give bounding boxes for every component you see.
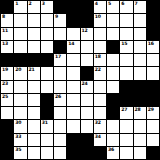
cell-r1c10[interactable]: 6 [120, 1, 132, 13]
black-cell [1, 1, 13, 13]
cell-r6c11[interactable] [134, 67, 146, 79]
cell-r3c10[interactable] [120, 28, 132, 40]
black-cell [54, 41, 66, 53]
cell-r5c10[interactable] [120, 54, 132, 66]
black-cell [67, 1, 79, 13]
cell-r9c2[interactable] [14, 107, 26, 119]
black-cell [81, 147, 93, 159]
cell-r9c7[interactable] [81, 107, 93, 119]
cell-r5c6[interactable] [67, 54, 79, 66]
cell-r10c6[interactable] [67, 120, 79, 132]
cell-r11c11[interactable] [134, 134, 146, 146]
cell-r11c8[interactable]: 34 [94, 134, 106, 146]
black-cell [67, 147, 79, 159]
cell-r11c5[interactable] [54, 134, 66, 146]
cell-r11c9[interactable] [107, 134, 119, 146]
black-cell [1, 147, 13, 159]
cell-r10c8[interactable]: 32 [94, 120, 106, 132]
clue-number: 16 [148, 41, 154, 46]
cell-r4c3[interactable] [28, 41, 40, 53]
cell-r3c6[interactable] [67, 28, 79, 40]
cell-r7c2[interactable] [14, 81, 26, 93]
cell-r2c11[interactable] [134, 14, 146, 26]
cell-r12c4[interactable] [41, 147, 53, 159]
clue-number: 11 [2, 28, 8, 33]
clue-number: 1 [15, 1, 18, 6]
black-cell [134, 94, 146, 106]
cell-r5c7[interactable] [81, 54, 93, 66]
clue-number: 35 [15, 147, 21, 152]
cell-r2c10[interactable] [120, 14, 132, 26]
cell-r3c11[interactable] [134, 28, 146, 40]
black-cell [120, 94, 132, 106]
clue-number: 34 [95, 134, 101, 139]
cell-r9c12[interactable]: 29 [147, 107, 159, 119]
clue-number: 8 [2, 14, 5, 19]
cell-r4c1[interactable]: 13 [1, 41, 13, 53]
cell-r11c2[interactable]: 33 [14, 134, 26, 146]
black-cell [1, 54, 13, 66]
cell-r8c1[interactable]: 25 [1, 94, 13, 106]
black-cell [134, 81, 146, 93]
clue-number: 17 [55, 54, 61, 59]
black-cell [1, 120, 13, 132]
cell-r1c8[interactable]: 4 [94, 1, 106, 13]
cell-r1c9[interactable]: 5 [107, 1, 119, 13]
black-cell [41, 54, 53, 66]
black-cell [54, 1, 66, 13]
cell-r6c1[interactable]: 19 [1, 67, 13, 79]
cell-r2c4[interactable] [41, 14, 53, 26]
black-cell [1, 134, 13, 146]
cell-r3c3[interactable] [28, 28, 40, 40]
black-cell [107, 94, 119, 106]
clue-number: 14 [68, 41, 74, 46]
cell-r1c11[interactable]: 7 [134, 1, 146, 13]
cell-r7c3[interactable] [28, 81, 40, 93]
cell-r4c10[interactable]: 15 [120, 41, 132, 53]
cell-r12c10[interactable] [120, 147, 132, 159]
cell-r1c2[interactable]: 1 [14, 1, 26, 13]
cell-r8c2[interactable] [14, 94, 26, 106]
cell-r3c8[interactable] [94, 28, 106, 40]
cell-r12c3[interactable] [28, 147, 40, 159]
cell-r10c3[interactable] [28, 120, 40, 132]
black-cell [81, 14, 93, 26]
cell-r5c5[interactable]: 17 [54, 54, 66, 66]
cell-r6c4[interactable] [41, 67, 53, 79]
clue-number: 13 [2, 41, 8, 46]
clue-number: 10 [95, 14, 101, 19]
cell-r4c11[interactable] [134, 41, 146, 53]
cell-r7c8[interactable] [94, 81, 106, 93]
cell-r12c5[interactable] [54, 147, 66, 159]
cell-r9c8[interactable] [94, 107, 106, 119]
cell-r7c4[interactable] [41, 81, 53, 93]
cell-r10c2[interactable]: 30 [14, 120, 26, 132]
cell-r1c4[interactable]: 3 [41, 1, 53, 13]
cell-r10c9[interactable] [107, 120, 119, 132]
black-cell [81, 134, 93, 146]
cell-r4c4[interactable] [41, 41, 53, 53]
cell-r10c4[interactable]: 31 [41, 120, 53, 132]
clue-number: 24 [82, 81, 88, 86]
cell-r8c8[interactable] [94, 94, 106, 106]
cell-r5c8[interactable]: 18 [94, 54, 106, 66]
clue-number: 3 [42, 1, 45, 6]
clue-number: 22 [95, 67, 101, 72]
clue-number: 33 [15, 134, 21, 139]
cell-r11c3[interactable] [28, 134, 40, 146]
cell-r3c4[interactable] [41, 28, 53, 40]
black-cell [107, 107, 119, 119]
clue-number: 29 [148, 107, 154, 112]
black-cell [147, 81, 159, 93]
clue-number: 23 [2, 81, 8, 86]
clue-number: 27 [121, 107, 127, 112]
crossword-grid: 1234567891011121314151617181920212223242… [0, 0, 160, 160]
cell-r11c10[interactable] [120, 134, 132, 146]
black-cell [147, 94, 159, 106]
clue-number: 32 [95, 120, 101, 125]
cell-r9c6[interactable] [67, 107, 79, 119]
clue-number: 9 [55, 14, 58, 19]
clue-number: 36 [108, 147, 114, 152]
cell-r11c12[interactable] [147, 134, 159, 146]
black-cell [14, 54, 26, 66]
cell-r1c3[interactable]: 2 [28, 1, 40, 13]
clue-number: 15 [121, 41, 127, 46]
cell-r8c6[interactable] [67, 94, 79, 106]
black-cell [28, 54, 40, 66]
cell-r6c2[interactable]: 20 [14, 67, 26, 79]
cell-r7c6[interactable] [67, 81, 79, 93]
clue-number: 5 [108, 1, 111, 6]
cell-r6c3[interactable]: 21 [28, 67, 40, 79]
cell-r2c9[interactable] [107, 14, 119, 26]
cell-r12c9[interactable]: 36 [107, 147, 119, 159]
black-cell [81, 1, 93, 13]
black-cell [94, 147, 106, 159]
cell-r3c2[interactable] [14, 28, 26, 40]
clue-number: 19 [2, 67, 8, 72]
cell-r8c3[interactable] [28, 94, 40, 106]
cell-r3c9[interactable] [107, 28, 119, 40]
cell-r7c5[interactable] [54, 81, 66, 93]
cell-r2c1[interactable]: 8 [1, 14, 13, 26]
cell-r6c8[interactable]: 22 [94, 67, 106, 79]
clue-number: 12 [82, 28, 88, 33]
clue-number: 26 [55, 94, 61, 99]
clue-number: 28 [135, 107, 141, 112]
black-cell [120, 81, 132, 93]
cell-r3c7[interactable]: 12 [81, 28, 93, 40]
cell-r11c4[interactable] [41, 134, 53, 146]
cell-r9c1[interactable] [1, 107, 13, 119]
cell-r4c7[interactable] [81, 41, 93, 53]
cell-r4c6[interactable]: 14 [67, 41, 79, 53]
cell-r8c5[interactable]: 26 [54, 94, 66, 106]
cell-r10c7[interactable] [81, 120, 93, 132]
black-cell [147, 28, 159, 40]
black-cell [67, 14, 79, 26]
clue-number: 30 [15, 120, 21, 125]
clue-number: 2 [29, 1, 32, 6]
black-cell [41, 107, 53, 119]
cell-r7c9[interactable] [107, 81, 119, 93]
cell-r3c5[interactable] [54, 28, 66, 40]
cell-r5c9[interactable] [107, 54, 119, 66]
black-cell [147, 14, 159, 26]
cell-r7c7[interactable]: 24 [81, 81, 93, 93]
cell-r9c10[interactable]: 27 [120, 107, 132, 119]
clue-number: 6 [121, 1, 124, 6]
black-cell [81, 67, 93, 79]
clue-number: 20 [15, 67, 21, 72]
black-cell [147, 147, 159, 159]
cell-r10c12[interactable] [147, 120, 159, 132]
cell-r9c11[interactable]: 28 [134, 107, 146, 119]
cell-r2c3[interactable] [28, 14, 40, 26]
clue-number: 21 [29, 67, 35, 72]
cell-r2c8[interactable]: 10 [94, 14, 106, 26]
cell-r6c9[interactable] [107, 67, 119, 79]
cell-r3c1[interactable]: 11 [1, 28, 13, 40]
cell-r4c8[interactable] [94, 41, 106, 53]
cell-r2c2[interactable] [14, 14, 26, 26]
clue-number: 7 [135, 1, 138, 6]
black-cell [67, 134, 79, 146]
black-cell [41, 94, 53, 106]
cell-r9c5[interactable] [54, 107, 66, 119]
clue-number: 4 [95, 1, 98, 6]
clue-number: 31 [42, 120, 48, 125]
cell-r9c3[interactable] [28, 107, 40, 119]
cell-r12c11[interactable] [134, 147, 146, 159]
cell-r12c2[interactable]: 35 [14, 147, 26, 159]
cell-r5c11[interactable] [134, 54, 146, 66]
cell-r10c10[interactable] [120, 120, 132, 132]
cell-r6c5[interactable] [54, 67, 66, 79]
cell-r6c6[interactable] [67, 67, 79, 79]
cell-r10c5[interactable] [54, 120, 66, 132]
cell-r10c11[interactable] [134, 120, 146, 132]
cell-r2c5[interactable]: 9 [54, 14, 66, 26]
cell-r4c12[interactable]: 16 [147, 41, 159, 53]
clue-number: 25 [2, 94, 8, 99]
black-cell [147, 1, 159, 13]
cell-r6c12[interactable] [147, 67, 159, 79]
black-cell [107, 41, 119, 53]
cell-r6c10[interactable] [120, 67, 132, 79]
cell-r7c1[interactable]: 23 [1, 81, 13, 93]
cell-r8c7[interactable] [81, 94, 93, 106]
clue-number: 18 [95, 54, 101, 59]
cell-r5c12[interactable] [147, 54, 159, 66]
cell-r4c2[interactable] [14, 41, 26, 53]
